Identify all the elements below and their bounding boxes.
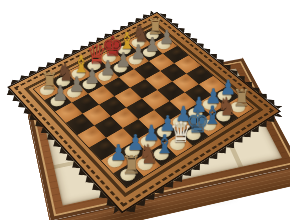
photo-stage: ♜♞♝♛♚♝♞♜♟♟♟♟♟♟♟♟♟♟♟♟♟♟♟♟♜♞♝♛♚♝♞♜ [0,0,290,220]
black-pawn[interactable]: ♟ [49,83,71,104]
scene: ♜♞♝♛♚♝♞♜♟♟♟♟♟♟♟♟♟♟♟♟♟♟♟♟♜♞♝♛♚♝♞♜ [0,0,290,220]
white-rook[interactable]: ♜ [119,152,143,178]
